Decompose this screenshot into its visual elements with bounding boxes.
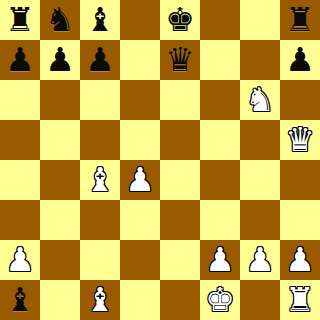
square-e4[interactable] [160, 160, 200, 200]
square-d1[interactable] [120, 280, 160, 320]
square-e1[interactable] [160, 280, 200, 320]
square-g7[interactable] [240, 40, 280, 80]
piece-black-pawn[interactable]: ♟ [5, 40, 35, 80]
square-c2[interactable] [80, 240, 120, 280]
square-c7[interactable]: ♟ [80, 40, 120, 80]
square-e2[interactable] [160, 240, 200, 280]
square-g5[interactable] [240, 120, 280, 160]
square-c8[interactable]: ♝ [80, 0, 120, 40]
square-a7[interactable]: ♟ [0, 40, 40, 80]
square-g3[interactable] [240, 200, 280, 240]
piece-white-king[interactable]: ♚ [205, 280, 235, 320]
square-b5[interactable] [40, 120, 80, 160]
square-h1[interactable]: ♜ [280, 280, 320, 320]
square-d5[interactable] [120, 120, 160, 160]
square-g4[interactable] [240, 160, 280, 200]
square-b8[interactable]: ♞ [40, 0, 80, 40]
piece-black-rook[interactable]: ♜ [285, 0, 315, 40]
piece-black-pawn[interactable]: ♟ [285, 40, 315, 80]
piece-white-knight[interactable]: ♞ [245, 80, 275, 120]
square-d6[interactable] [120, 80, 160, 120]
piece-black-bishop[interactable]: ♝ [5, 280, 35, 320]
square-c3[interactable] [80, 200, 120, 240]
piece-white-pawn[interactable]: ♟ [205, 240, 235, 280]
square-a2[interactable]: ♟ [0, 240, 40, 280]
square-f1[interactable]: ♚ [200, 280, 240, 320]
square-a3[interactable] [0, 200, 40, 240]
square-d3[interactable] [120, 200, 160, 240]
chess-board: ♜♞♝♚♜♟♟♟♛♟♞♛♝♟♟♟♟♟♝♝♚♜ [0, 0, 320, 320]
square-b4[interactable] [40, 160, 80, 200]
square-f3[interactable] [200, 200, 240, 240]
piece-black-rook[interactable]: ♜ [5, 0, 35, 40]
piece-white-bishop[interactable]: ♝ [85, 280, 115, 320]
piece-white-queen[interactable]: ♛ [285, 120, 315, 160]
square-h4[interactable] [280, 160, 320, 200]
square-a4[interactable] [0, 160, 40, 200]
square-f4[interactable] [200, 160, 240, 200]
square-e5[interactable] [160, 120, 200, 160]
square-a5[interactable] [0, 120, 40, 160]
square-h7[interactable]: ♟ [280, 40, 320, 80]
square-a8[interactable]: ♜ [0, 0, 40, 40]
piece-black-pawn[interactable]: ♟ [85, 40, 115, 80]
square-h2[interactable]: ♟ [280, 240, 320, 280]
square-d7[interactable] [120, 40, 160, 80]
piece-black-bishop[interactable]: ♝ [85, 0, 115, 40]
piece-black-pawn[interactable]: ♟ [45, 40, 75, 80]
square-d4[interactable]: ♟ [120, 160, 160, 200]
square-f7[interactable] [200, 40, 240, 80]
square-g8[interactable] [240, 0, 280, 40]
piece-white-pawn[interactable]: ♟ [5, 240, 35, 280]
square-c6[interactable] [80, 80, 120, 120]
piece-black-knight[interactable]: ♞ [45, 0, 75, 40]
square-a6[interactable] [0, 80, 40, 120]
piece-white-rook[interactable]: ♜ [285, 280, 315, 320]
piece-white-pawn[interactable]: ♟ [125, 160, 155, 200]
square-d8[interactable] [120, 0, 160, 40]
square-b6[interactable] [40, 80, 80, 120]
square-g2[interactable]: ♟ [240, 240, 280, 280]
square-g1[interactable] [240, 280, 280, 320]
square-b3[interactable] [40, 200, 80, 240]
square-b7[interactable]: ♟ [40, 40, 80, 80]
square-c5[interactable] [80, 120, 120, 160]
square-c4[interactable]: ♝ [80, 160, 120, 200]
piece-white-pawn[interactable]: ♟ [245, 240, 275, 280]
square-h6[interactable] [280, 80, 320, 120]
square-h3[interactable] [280, 200, 320, 240]
square-d2[interactable] [120, 240, 160, 280]
square-g6[interactable]: ♞ [240, 80, 280, 120]
square-a1[interactable]: ♝ [0, 280, 40, 320]
piece-black-king[interactable]: ♚ [165, 0, 195, 40]
square-c1[interactable]: ♝ [80, 280, 120, 320]
square-e7[interactable]: ♛ [160, 40, 200, 80]
square-h5[interactable]: ♛ [280, 120, 320, 160]
piece-black-queen[interactable]: ♛ [165, 40, 195, 80]
square-b2[interactable] [40, 240, 80, 280]
square-e3[interactable] [160, 200, 200, 240]
square-f2[interactable]: ♟ [200, 240, 240, 280]
square-f8[interactable] [200, 0, 240, 40]
piece-white-pawn[interactable]: ♟ [285, 240, 315, 280]
square-h8[interactable]: ♜ [280, 0, 320, 40]
square-b1[interactable] [40, 280, 80, 320]
square-f6[interactable] [200, 80, 240, 120]
piece-white-bishop[interactable]: ♝ [85, 160, 115, 200]
square-e8[interactable]: ♚ [160, 0, 200, 40]
square-e6[interactable] [160, 80, 200, 120]
square-f5[interactable] [200, 120, 240, 160]
